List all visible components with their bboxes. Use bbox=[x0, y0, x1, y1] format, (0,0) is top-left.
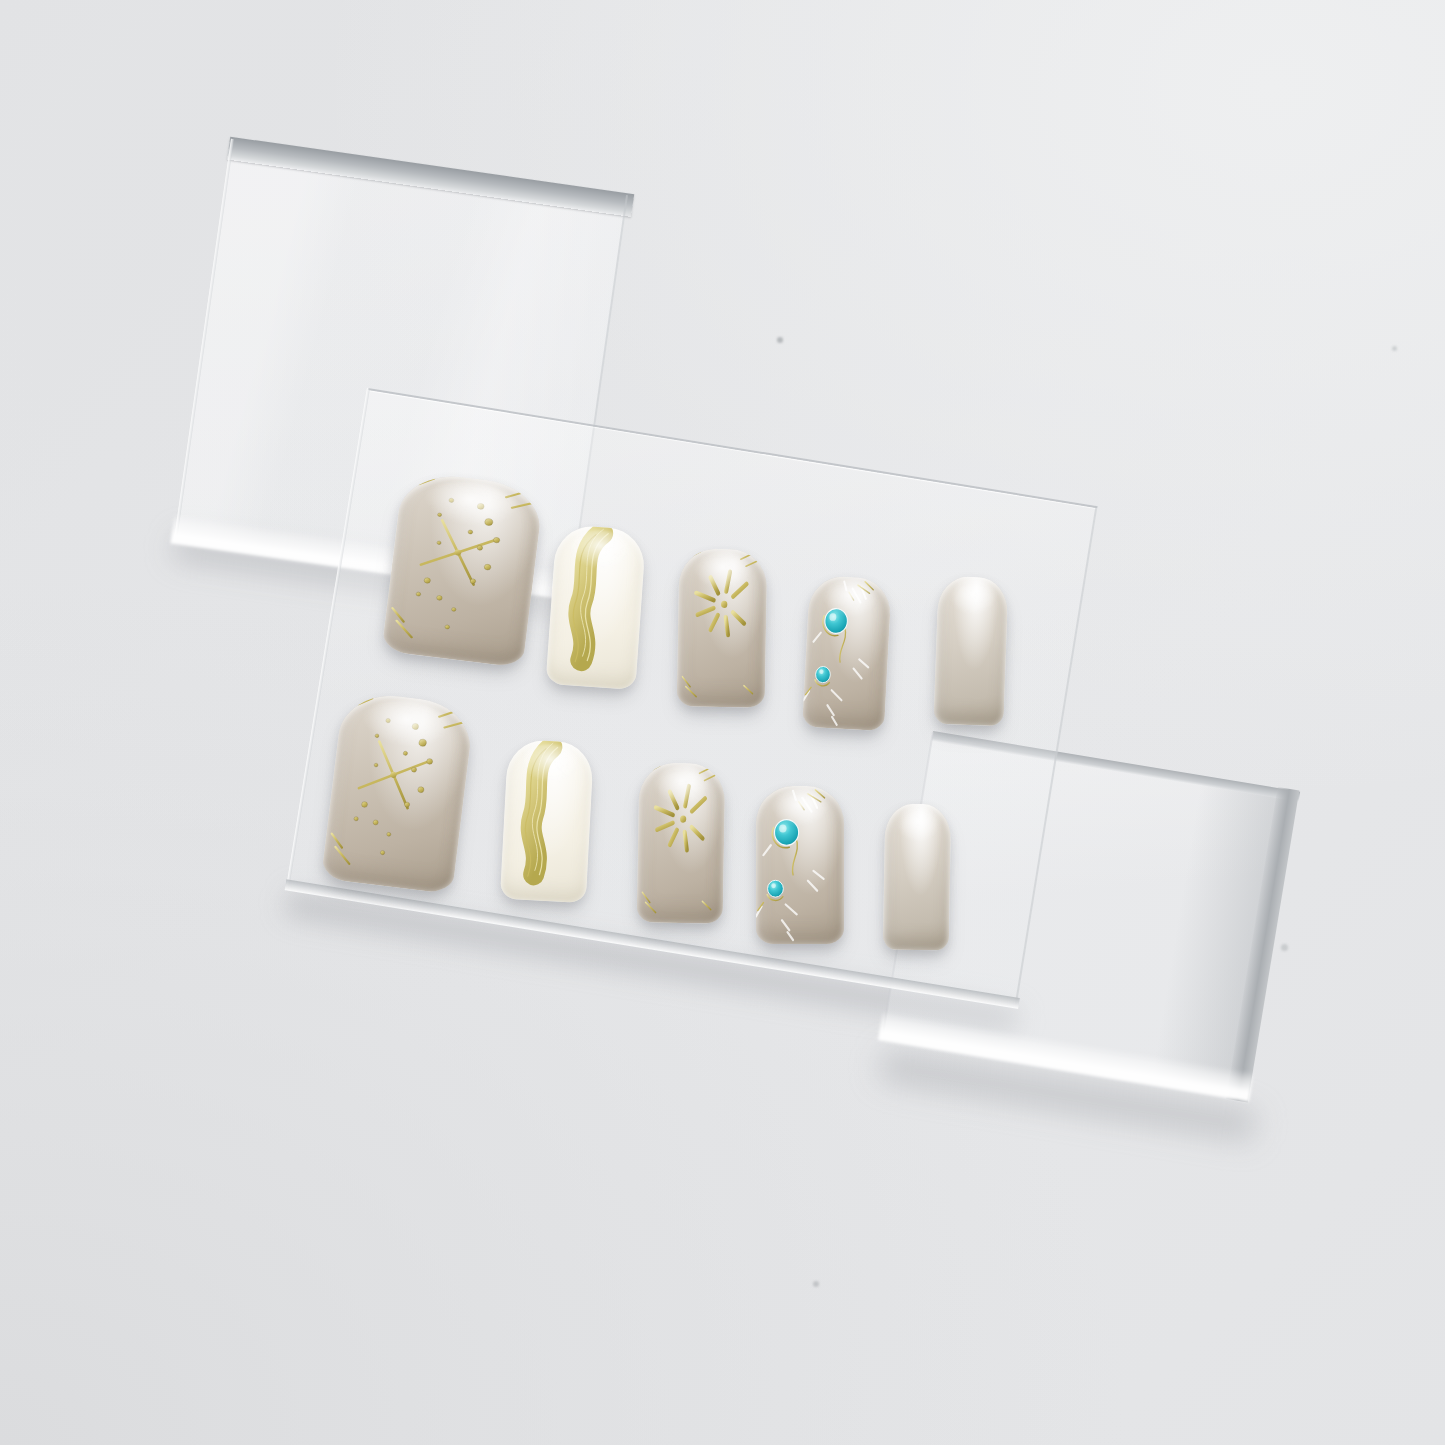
dust-speck-2 bbox=[1392, 346, 1397, 351]
dust-speck-3 bbox=[1281, 944, 1288, 951]
dust-speck-4 bbox=[813, 1281, 819, 1287]
dust-speck-1 bbox=[777, 337, 783, 343]
photo-canvas bbox=[0, 0, 1445, 1445]
dust-specks-layer bbox=[0, 0, 1445, 1445]
